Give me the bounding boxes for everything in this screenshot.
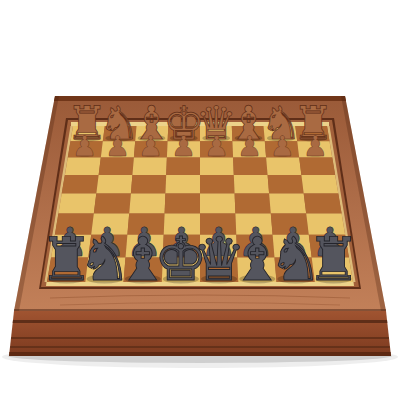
chess-scene: ♜♞♝♚♛♝♞♜♟♟♟♟♟♟♟♟♟♟♟♟♟♟♟♟♜♞♝♚♛♝♞♜ — [0, 0, 400, 400]
square-a4[interactable] — [301, 175, 338, 194]
square-g4[interactable] — [96, 175, 132, 194]
square-c5[interactable] — [235, 194, 271, 214]
square-d4[interactable] — [200, 175, 235, 194]
square-e5[interactable] — [165, 194, 200, 214]
piece-copper-pawn[interactable]: ♟ — [270, 130, 295, 163]
square-g5[interactable] — [94, 194, 131, 214]
piece-copper-pawn[interactable]: ♟ — [303, 130, 328, 163]
square-a5[interactable] — [304, 194, 342, 214]
square-d5[interactable] — [200, 194, 235, 214]
square-f5[interactable] — [129, 194, 165, 214]
piece-copper-pawn[interactable]: ♟ — [138, 130, 163, 163]
piece-copper-pawn[interactable]: ♟ — [171, 130, 196, 163]
square-f4[interactable] — [131, 175, 166, 194]
piece-copper-pawn[interactable]: ♟ — [72, 130, 97, 163]
piece-copper-pawn[interactable]: ♟ — [204, 130, 229, 163]
square-h5[interactable] — [58, 194, 96, 214]
base-molding-groove — [10, 346, 390, 348]
box-front-face — [9, 311, 391, 356]
square-b5[interactable] — [269, 194, 306, 214]
chess-set-photo: ♜♞♝♚♛♝♞♜♟♟♟♟♟♟♟♟♟♟♟♟♟♟♟♟♜♞♝♚♛♝♞♜ — [0, 0, 400, 400]
box-bottom-edge — [9, 352, 391, 356]
piece-copper-pawn[interactable]: ♟ — [105, 130, 130, 163]
square-e4[interactable] — [165, 175, 200, 194]
base-molding-groove — [11, 337, 389, 339]
lid-seam-groove — [13, 320, 388, 323]
square-c4[interactable] — [234, 175, 269, 194]
square-b4[interactable] — [268, 175, 304, 194]
piece-pewter-rook[interactable]: ♜ — [307, 224, 361, 294]
piece-copper-pawn[interactable]: ♟ — [237, 130, 262, 163]
square-h4[interactable] — [62, 175, 99, 194]
